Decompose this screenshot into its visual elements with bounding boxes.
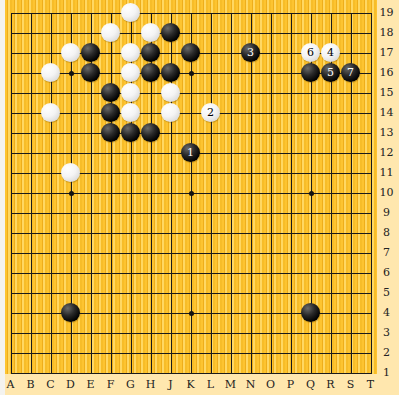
go-board[interactable]: 3645721 [1,3,381,383]
intersection-J11[interactable] [161,163,181,183]
intersection-H8[interactable] [141,223,161,243]
intersection-E9[interactable] [81,203,101,223]
intersection-K17[interactable] [181,43,201,63]
intersection-F19[interactable] [101,3,121,23]
intersection-Q3[interactable] [301,323,321,343]
intersection-H6[interactable] [141,263,161,283]
intersection-J18[interactable] [161,23,181,43]
intersection-L13[interactable] [201,123,221,143]
intersection-N10[interactable] [241,183,261,203]
intersection-B19[interactable] [21,3,41,23]
intersection-A9[interactable] [1,203,21,223]
intersection-F3[interactable] [101,323,121,343]
intersection-R15[interactable] [321,83,341,103]
intersection-J3[interactable] [161,323,181,343]
intersection-E6[interactable] [81,263,101,283]
intersection-R16[interactable]: 5 [321,63,341,83]
intersection-K11[interactable] [181,163,201,183]
intersection-Q13[interactable] [301,123,321,143]
intersection-G2[interactable] [121,343,141,363]
intersection-L4[interactable] [201,303,221,323]
intersection-K12[interactable]: 1 [181,143,201,163]
intersection-A2[interactable] [1,343,21,363]
intersection-P19[interactable] [281,3,301,23]
intersection-E3[interactable] [81,323,101,343]
intersection-S12[interactable] [341,143,361,163]
intersection-M8[interactable] [221,223,241,243]
intersection-N17[interactable]: 3 [241,43,261,63]
intersection-O13[interactable] [261,123,281,143]
intersection-F11[interactable] [101,163,121,183]
intersection-J16[interactable] [161,63,181,83]
intersection-M7[interactable] [221,243,241,263]
intersection-D3[interactable] [61,323,81,343]
intersection-K15[interactable] [181,83,201,103]
intersection-R11[interactable] [321,163,341,183]
intersection-P11[interactable] [281,163,301,183]
intersection-D4[interactable] [61,303,81,323]
intersection-Q14[interactable] [301,103,321,123]
intersection-E13[interactable] [81,123,101,143]
intersection-M19[interactable] [221,3,241,23]
intersection-G18[interactable] [121,23,141,43]
intersection-A19[interactable] [1,3,21,23]
intersection-Q5[interactable] [301,283,321,303]
intersection-S16[interactable]: 7 [341,63,361,83]
intersection-P2[interactable] [281,343,301,363]
intersection-N8[interactable] [241,223,261,243]
intersection-Q8[interactable] [301,223,321,243]
intersection-H15[interactable] [141,83,161,103]
intersection-P4[interactable] [281,303,301,323]
intersection-K2[interactable] [181,343,201,363]
intersection-J5[interactable] [161,283,181,303]
intersection-L17[interactable] [201,43,221,63]
intersection-D17[interactable] [61,43,81,63]
intersection-L14[interactable]: 2 [201,103,221,123]
intersection-H16[interactable] [141,63,161,83]
intersection-E14[interactable] [81,103,101,123]
intersection-H9[interactable] [141,203,161,223]
intersection-O10[interactable] [261,183,281,203]
intersection-L3[interactable] [201,323,221,343]
intersection-J19[interactable] [161,3,181,23]
intersection-Q17[interactable]: 6 [301,43,321,63]
intersection-B10[interactable] [21,183,41,203]
intersection-P9[interactable] [281,203,301,223]
intersection-N16[interactable] [241,63,261,83]
intersection-B14[interactable] [21,103,41,123]
intersection-M4[interactable] [221,303,241,323]
intersection-P18[interactable] [281,23,301,43]
intersection-R17[interactable]: 4 [321,43,341,63]
intersection-N19[interactable] [241,3,261,23]
intersection-L15[interactable] [201,83,221,103]
intersection-P17[interactable] [281,43,301,63]
intersection-H18[interactable] [141,23,161,43]
intersection-L11[interactable] [201,163,221,183]
intersection-G12[interactable] [121,143,141,163]
intersection-S14[interactable] [341,103,361,123]
intersection-Q9[interactable] [301,203,321,223]
intersection-R7[interactable] [321,243,341,263]
intersection-C10[interactable] [41,183,61,203]
intersection-O5[interactable] [261,283,281,303]
intersection-F15[interactable] [101,83,121,103]
intersection-E5[interactable] [81,283,101,303]
intersection-A15[interactable] [1,83,21,103]
intersection-R13[interactable] [321,123,341,143]
intersection-K8[interactable] [181,223,201,243]
intersection-A8[interactable] [1,223,21,243]
intersection-L16[interactable] [201,63,221,83]
intersection-J9[interactable] [161,203,181,223]
intersection-S9[interactable] [341,203,361,223]
intersection-C16[interactable] [41,63,61,83]
intersection-J6[interactable] [161,263,181,283]
intersection-S5[interactable] [341,283,361,303]
intersection-B16[interactable] [21,63,41,83]
intersection-S7[interactable] [341,243,361,263]
intersection-D18[interactable] [61,23,81,43]
intersection-B12[interactable] [21,143,41,163]
intersection-N18[interactable] [241,23,261,43]
intersection-L9[interactable] [201,203,221,223]
intersection-N4[interactable] [241,303,261,323]
intersection-C12[interactable] [41,143,61,163]
intersection-E2[interactable] [81,343,101,363]
intersection-G15[interactable] [121,83,141,103]
intersection-Q15[interactable] [301,83,321,103]
intersection-Q11[interactable] [301,163,321,183]
intersection-Q4[interactable] [301,303,321,323]
intersection-Q10[interactable] [301,183,321,203]
intersection-K14[interactable] [181,103,201,123]
intersection-N11[interactable] [241,163,261,183]
intersection-H13[interactable] [141,123,161,143]
intersection-R4[interactable] [321,303,341,323]
intersection-C5[interactable] [41,283,61,303]
intersection-E4[interactable] [81,303,101,323]
intersection-Q19[interactable] [301,3,321,23]
intersection-K19[interactable] [181,3,201,23]
intersection-S17[interactable] [341,43,361,63]
intersection-B7[interactable] [21,243,41,263]
intersection-R10[interactable] [321,183,341,203]
intersection-N5[interactable] [241,283,261,303]
intersection-A16[interactable] [1,63,21,83]
intersection-J8[interactable] [161,223,181,243]
intersection-F5[interactable] [101,283,121,303]
intersection-E11[interactable] [81,163,101,183]
intersection-N13[interactable] [241,123,261,143]
intersection-A17[interactable] [1,43,21,63]
intersection-B2[interactable] [21,343,41,363]
intersection-H7[interactable] [141,243,161,263]
intersection-P14[interactable] [281,103,301,123]
intersection-B15[interactable] [21,83,41,103]
intersection-E19[interactable] [81,3,101,23]
intersection-A13[interactable] [1,123,21,143]
intersection-D19[interactable] [61,3,81,23]
intersection-D9[interactable] [61,203,81,223]
intersection-A18[interactable] [1,23,21,43]
intersection-G5[interactable] [121,283,141,303]
intersection-H12[interactable] [141,143,161,163]
intersection-C19[interactable] [41,3,61,23]
intersection-F14[interactable] [101,103,121,123]
intersection-R14[interactable] [321,103,341,123]
intersection-A3[interactable] [1,323,21,343]
intersection-C8[interactable] [41,223,61,243]
intersection-J7[interactable] [161,243,181,263]
intersection-D16[interactable] [61,63,81,83]
intersection-M18[interactable] [221,23,241,43]
intersection-P5[interactable] [281,283,301,303]
intersection-B6[interactable] [21,263,41,283]
intersection-O7[interactable] [261,243,281,263]
intersection-E12[interactable] [81,143,101,163]
intersection-G14[interactable] [121,103,141,123]
intersection-O17[interactable] [261,43,281,63]
intersection-S13[interactable] [341,123,361,143]
intersection-J10[interactable] [161,183,181,203]
intersection-D13[interactable] [61,123,81,143]
intersection-F2[interactable] [101,343,121,363]
intersection-M5[interactable] [221,283,241,303]
intersection-E7[interactable] [81,243,101,263]
intersection-C11[interactable] [41,163,61,183]
intersection-R8[interactable] [321,223,341,243]
intersection-F12[interactable] [101,143,121,163]
intersection-C13[interactable] [41,123,61,143]
intersection-K4[interactable] [181,303,201,323]
intersection-B5[interactable] [21,283,41,303]
intersection-A6[interactable] [1,263,21,283]
intersection-E15[interactable] [81,83,101,103]
intersection-O18[interactable] [261,23,281,43]
intersection-J2[interactable] [161,343,181,363]
intersection-R18[interactable] [321,23,341,43]
intersection-A10[interactable] [1,183,21,203]
intersection-B18[interactable] [21,23,41,43]
intersection-M13[interactable] [221,123,241,143]
intersection-A7[interactable] [1,243,21,263]
intersection-H11[interactable] [141,163,161,183]
intersection-E17[interactable] [81,43,101,63]
intersection-D14[interactable] [61,103,81,123]
intersection-M2[interactable] [221,343,241,363]
intersection-G17[interactable] [121,43,141,63]
intersection-J17[interactable] [161,43,181,63]
intersection-C14[interactable] [41,103,61,123]
intersection-H14[interactable] [141,103,161,123]
intersection-L6[interactable] [201,263,221,283]
intersection-D8[interactable] [61,223,81,243]
intersection-J13[interactable] [161,123,181,143]
intersection-G16[interactable] [121,63,141,83]
intersection-G4[interactable] [121,303,141,323]
intersection-S18[interactable] [341,23,361,43]
intersection-L2[interactable] [201,343,221,363]
intersection-P3[interactable] [281,323,301,343]
intersection-H10[interactable] [141,183,161,203]
intersection-L8[interactable] [201,223,221,243]
intersection-G10[interactable] [121,183,141,203]
intersection-M16[interactable] [221,63,241,83]
intersection-H4[interactable] [141,303,161,323]
intersection-K13[interactable] [181,123,201,143]
intersection-O3[interactable] [261,323,281,343]
intersection-J14[interactable] [161,103,181,123]
intersection-L19[interactable] [201,3,221,23]
intersection-K5[interactable] [181,283,201,303]
intersection-K16[interactable] [181,63,201,83]
intersection-A14[interactable] [1,103,21,123]
intersection-L5[interactable] [201,283,221,303]
intersection-H5[interactable] [141,283,161,303]
intersection-B3[interactable] [21,323,41,343]
intersection-G11[interactable] [121,163,141,183]
intersection-L12[interactable] [201,143,221,163]
intersection-M17[interactable] [221,43,241,63]
intersection-N9[interactable] [241,203,261,223]
intersection-C6[interactable] [41,263,61,283]
intersection-J4[interactable] [161,303,181,323]
intersection-E18[interactable] [81,23,101,43]
intersection-O19[interactable] [261,3,281,23]
intersection-S10[interactable] [341,183,361,203]
intersection-P13[interactable] [281,123,301,143]
intersection-K7[interactable] [181,243,201,263]
intersection-O6[interactable] [261,263,281,283]
intersection-L7[interactable] [201,243,221,263]
intersection-M9[interactable] [221,203,241,223]
intersection-B13[interactable] [21,123,41,143]
intersection-F13[interactable] [101,123,121,143]
intersection-L18[interactable] [201,23,221,43]
intersection-S19[interactable] [341,3,361,23]
intersection-H2[interactable] [141,343,161,363]
intersection-C9[interactable] [41,203,61,223]
intersection-B9[interactable] [21,203,41,223]
intersection-Q2[interactable] [301,343,321,363]
intersection-F9[interactable] [101,203,121,223]
intersection-R5[interactable] [321,283,341,303]
intersection-O16[interactable] [261,63,281,83]
intersection-G8[interactable] [121,223,141,243]
intersection-D11[interactable] [61,163,81,183]
intersection-M11[interactable] [221,163,241,183]
intersection-F17[interactable] [101,43,121,63]
intersection-O12[interactable] [261,143,281,163]
intersection-O14[interactable] [261,103,281,123]
intersection-E8[interactable] [81,223,101,243]
intersection-S11[interactable] [341,163,361,183]
intersection-M3[interactable] [221,323,241,343]
intersection-P15[interactable] [281,83,301,103]
intersection-H3[interactable] [141,323,161,343]
intersection-M12[interactable] [221,143,241,163]
intersection-M6[interactable] [221,263,241,283]
intersection-R6[interactable] [321,263,341,283]
intersection-N15[interactable] [241,83,261,103]
intersection-F6[interactable] [101,263,121,283]
intersection-C3[interactable] [41,323,61,343]
intersection-R2[interactable] [321,343,341,363]
intersection-K6[interactable] [181,263,201,283]
intersection-O8[interactable] [261,223,281,243]
intersection-P12[interactable] [281,143,301,163]
intersection-A5[interactable] [1,283,21,303]
intersection-H19[interactable] [141,3,161,23]
intersection-Q18[interactable] [301,23,321,43]
intersection-O4[interactable] [261,303,281,323]
intersection-C7[interactable] [41,243,61,263]
intersection-D7[interactable] [61,243,81,263]
intersection-S2[interactable] [341,343,361,363]
intersection-K9[interactable] [181,203,201,223]
intersection-G9[interactable] [121,203,141,223]
intersection-R9[interactable] [321,203,341,223]
intersection-K18[interactable] [181,23,201,43]
intersection-N6[interactable] [241,263,261,283]
intersection-O11[interactable] [261,163,281,183]
intersection-K10[interactable] [181,183,201,203]
intersection-Q12[interactable] [301,143,321,163]
intersection-N2[interactable] [241,343,261,363]
intersection-S4[interactable] [341,303,361,323]
intersection-P6[interactable] [281,263,301,283]
intersection-F18[interactable] [101,23,121,43]
intersection-R3[interactable] [321,323,341,343]
intersection-D10[interactable] [61,183,81,203]
intersection-J12[interactable] [161,143,181,163]
intersection-J15[interactable] [161,83,181,103]
intersection-F4[interactable] [101,303,121,323]
intersection-K3[interactable] [181,323,201,343]
intersection-N12[interactable] [241,143,261,163]
intersection-C15[interactable] [41,83,61,103]
intersection-S6[interactable] [341,263,361,283]
intersection-E16[interactable] [81,63,101,83]
intersection-F7[interactable] [101,243,121,263]
intersection-H17[interactable] [141,43,161,63]
intersection-L10[interactable] [201,183,221,203]
intersection-D2[interactable] [61,343,81,363]
intersection-O15[interactable] [261,83,281,103]
intersection-G3[interactable] [121,323,141,343]
intersection-C18[interactable] [41,23,61,43]
intersection-G19[interactable] [121,3,141,23]
intersection-B8[interactable] [21,223,41,243]
intersection-S15[interactable] [341,83,361,103]
intersection-A4[interactable] [1,303,21,323]
intersection-S8[interactable] [341,223,361,243]
intersection-M10[interactable] [221,183,241,203]
intersection-D6[interactable] [61,263,81,283]
intersection-C4[interactable] [41,303,61,323]
intersection-O9[interactable] [261,203,281,223]
intersection-N7[interactable] [241,243,261,263]
intersection-Q7[interactable] [301,243,321,263]
intersection-P16[interactable] [281,63,301,83]
intersection-E10[interactable] [81,183,101,203]
intersection-C2[interactable] [41,343,61,363]
intersection-C17[interactable] [41,43,61,63]
intersection-G6[interactable] [121,263,141,283]
intersection-B11[interactable] [21,163,41,183]
